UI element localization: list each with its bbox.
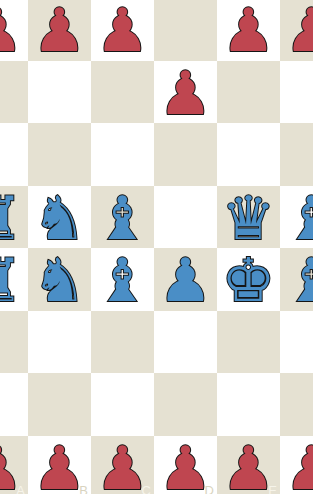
square-b3[interactable] [28, 311, 91, 374]
square-b4[interactable]: ♞ [28, 248, 91, 311]
square-b7[interactable] [28, 61, 91, 124]
red-pawn[interactable]: ♟ [285, 0, 313, 60]
square-b6[interactable] [28, 123, 91, 186]
square-c2[interactable] [91, 373, 154, 436]
chessboard: ♟♟♟♟♟♟♜♞♝♛♝♜♞♝♟♚♝♟A♟B♟C♟D♟E♟FGH [0, 0, 313, 494]
square-f1[interactable]: ♟F [280, 436, 313, 494]
square-c1[interactable]: ♟C [91, 436, 154, 494]
square-c5[interactable]: ♝ [91, 186, 154, 249]
square-a6[interactable] [0, 123, 28, 186]
red-pawn[interactable]: ♟ [159, 63, 213, 123]
square-a7[interactable] [0, 61, 28, 124]
file-label-e: E [268, 484, 277, 494]
blue-pawn[interactable]: ♟ [159, 250, 213, 310]
square-e5[interactable]: ♛ [217, 186, 280, 249]
square-d7[interactable]: ♟ [154, 61, 217, 124]
red-pawn[interactable]: ♟ [33, 0, 87, 60]
blue-knight[interactable]: ♞ [33, 188, 87, 248]
chessboard-viewport: ♟♟♟♟♟♟♜♞♝♛♝♜♞♝♟♚♝♟A♟B♟C♟D♟E♟FGH [0, 0, 313, 494]
file-label-b: B [79, 484, 88, 494]
square-c7[interactable] [91, 61, 154, 124]
square-a2[interactable] [0, 373, 28, 436]
square-e1[interactable]: ♟E [217, 436, 280, 494]
square-d1[interactable]: ♟D [154, 436, 217, 494]
square-d2[interactable] [154, 373, 217, 436]
square-f8[interactable]: ♟ [280, 0, 313, 61]
blue-bishop[interactable]: ♝ [285, 250, 313, 310]
blue-knight[interactable]: ♞ [33, 250, 87, 310]
blue-bishop[interactable]: ♝ [96, 188, 150, 248]
square-b5[interactable]: ♞ [28, 186, 91, 249]
blue-queen[interactable]: ♛ [222, 188, 276, 248]
square-c3[interactable] [91, 311, 154, 374]
square-a1[interactable]: ♟A [0, 436, 28, 494]
blue-bishop[interactable]: ♝ [285, 188, 313, 248]
square-c6[interactable] [91, 123, 154, 186]
red-pawn[interactable]: ♟ [33, 438, 87, 494]
blue-rook[interactable]: ♜ [0, 188, 23, 248]
square-d5[interactable] [154, 186, 217, 249]
red-pawn[interactable]: ♟ [285, 438, 313, 494]
square-e3[interactable] [217, 311, 280, 374]
red-pawn[interactable]: ♟ [222, 438, 276, 494]
square-d3[interactable] [154, 311, 217, 374]
square-d8[interactable] [154, 0, 217, 61]
red-pawn[interactable]: ♟ [96, 0, 150, 60]
square-b1[interactable]: ♟B [28, 436, 91, 494]
red-pawn[interactable]: ♟ [0, 0, 23, 60]
square-f6[interactable] [280, 123, 313, 186]
square-e2[interactable] [217, 373, 280, 436]
square-e6[interactable] [217, 123, 280, 186]
square-c8[interactable]: ♟ [91, 0, 154, 61]
square-f5[interactable]: ♝ [280, 186, 313, 249]
square-b8[interactable]: ♟ [28, 0, 91, 61]
square-f2[interactable] [280, 373, 313, 436]
square-d6[interactable] [154, 123, 217, 186]
square-a5[interactable]: ♜ [0, 186, 28, 249]
square-a3[interactable] [0, 311, 28, 374]
blue-rook[interactable]: ♜ [0, 250, 23, 310]
square-f7[interactable] [280, 61, 313, 124]
file-label-a: A [16, 484, 25, 494]
square-c4[interactable]: ♝ [91, 248, 154, 311]
square-d4[interactable]: ♟ [154, 248, 217, 311]
file-label-d: D [205, 484, 214, 494]
square-b2[interactable] [28, 373, 91, 436]
square-e7[interactable] [217, 61, 280, 124]
blue-bishop[interactable]: ♝ [96, 250, 150, 310]
file-label-c: C [142, 484, 151, 494]
square-f4[interactable]: ♝ [280, 248, 313, 311]
square-e8[interactable]: ♟ [217, 0, 280, 61]
square-a4[interactable]: ♜ [0, 248, 28, 311]
blue-king[interactable]: ♚ [222, 250, 276, 310]
square-e4[interactable]: ♚ [217, 248, 280, 311]
square-f3[interactable] [280, 311, 313, 374]
red-pawn[interactable]: ♟ [222, 0, 276, 60]
square-a8[interactable]: ♟ [0, 0, 28, 61]
